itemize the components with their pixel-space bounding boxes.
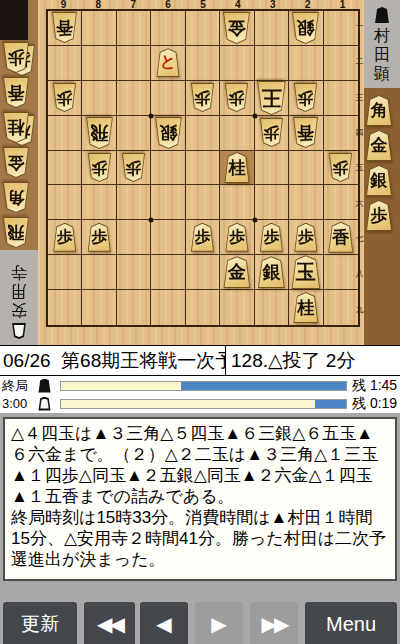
sente-remaining-time: 残 1:45 bbox=[352, 377, 398, 395]
square-6b: と bbox=[151, 46, 185, 81]
square-6d: 銀 bbox=[151, 116, 185, 151]
gote-piece: 金 bbox=[222, 12, 251, 44]
square-8d: 飛 bbox=[82, 116, 116, 151]
square-7h bbox=[117, 255, 151, 290]
square-8b bbox=[82, 46, 116, 81]
sente-time-bar bbox=[60, 381, 347, 391]
square-5e bbox=[186, 151, 220, 186]
hoshi-dot bbox=[149, 218, 154, 223]
sente-piece: 角 bbox=[365, 95, 393, 126]
clock-area: 終局 残 1:45 3:00 残 0:19 bbox=[0, 376, 400, 413]
square-7e: 歩 bbox=[117, 151, 151, 186]
square-7i bbox=[117, 290, 151, 325]
square-2b bbox=[289, 46, 323, 81]
game-header: 06/26 第68期王将戦一次予選 128.△投了 2分 bbox=[0, 345, 400, 376]
square-5i bbox=[186, 290, 220, 325]
square-9a: 香 bbox=[48, 11, 82, 46]
square-9d bbox=[48, 116, 82, 151]
captured-sente-stack: 銀 bbox=[365, 165, 399, 199]
gote-piece: 桂 bbox=[2, 112, 30, 143]
player-name-char: 寺 bbox=[11, 263, 27, 282]
first-move-button[interactable]: ◀◀ bbox=[84, 602, 135, 644]
game-title: 06/26 第68期王将戦一次予選 bbox=[0, 348, 225, 374]
square-6g bbox=[151, 220, 185, 255]
player-name-char: 村 bbox=[374, 26, 390, 45]
hoshi-dot bbox=[252, 218, 257, 223]
player-name-char: 安 bbox=[11, 301, 27, 320]
square-7b bbox=[117, 46, 151, 81]
refresh-button[interactable]: 更新 bbox=[3, 602, 77, 644]
square-2a: 銀 bbox=[289, 11, 323, 46]
square-3i bbox=[255, 290, 289, 325]
captured-gote-stack: 金 bbox=[2, 147, 36, 181]
square-4e: 桂 bbox=[220, 151, 254, 186]
square-3b bbox=[255, 46, 289, 81]
player-name-char: 用 bbox=[11, 282, 27, 301]
sente-nameplate: 村田顕 bbox=[364, 0, 400, 88]
square-3a bbox=[255, 11, 289, 46]
square-1g: 香 bbox=[324, 220, 358, 255]
square-9g: 歩 bbox=[48, 220, 82, 255]
gote-piece: 角 bbox=[2, 182, 30, 213]
square-4c: 歩 bbox=[220, 81, 254, 116]
corner-box bbox=[0, 0, 28, 40]
sente-piece: 玉 bbox=[290, 255, 321, 289]
square-4b bbox=[220, 46, 254, 81]
square-4h: 金 bbox=[220, 255, 254, 290]
square-5g: 歩 bbox=[186, 220, 220, 255]
square-9i bbox=[48, 290, 82, 325]
square-5a bbox=[186, 11, 220, 46]
gote-piece: 金 bbox=[2, 147, 30, 178]
captured-gote-stack: 歩歩 bbox=[2, 42, 36, 76]
square-1e: 歩 bbox=[324, 151, 358, 186]
sente-piece: 歩 bbox=[293, 223, 318, 252]
square-6h bbox=[151, 255, 185, 290]
gote-captured-tray: 歩歩香桂桂金角飛 bbox=[0, 42, 38, 250]
gote-piece-icon bbox=[38, 397, 51, 411]
sente-piece: 金 bbox=[365, 130, 393, 161]
square-4a: 金 bbox=[220, 11, 254, 46]
sente-piece: 桂 bbox=[223, 152, 250, 183]
gote-panel: 歩歩香桂桂金角飛 安用寺 bbox=[0, 0, 38, 345]
gote-piece: 香 bbox=[292, 117, 319, 148]
gote-remaining-time: 残 0:19 bbox=[352, 395, 398, 413]
sente-piece: 香 bbox=[327, 222, 354, 253]
square-2f bbox=[289, 185, 323, 220]
square-1i bbox=[324, 290, 358, 325]
commentary-mate-lines: △４四玉は▲３三角△５四玉▲６三銀△６五玉▲６六金まで。（２）△２二玉は▲３三角… bbox=[11, 423, 389, 507]
square-4f bbox=[220, 185, 254, 220]
gote-piece: 歩 bbox=[2, 42, 30, 73]
square-7g bbox=[117, 220, 151, 255]
square-4g: 歩 bbox=[220, 220, 254, 255]
square-9b bbox=[48, 46, 82, 81]
gote-piece: 歩 bbox=[87, 153, 112, 182]
captured-gote-stack: 香 bbox=[2, 77, 36, 111]
gote-piece: 歩 bbox=[293, 83, 318, 112]
sente-piece: 歩 bbox=[259, 223, 284, 252]
gote-piece: 歩 bbox=[328, 153, 353, 182]
captured-gote-stack: 角 bbox=[2, 182, 36, 216]
navigation-bar: 更新 ◀◀ ◀ ▶ ▶▶ Menu bbox=[0, 602, 400, 644]
square-6e bbox=[151, 151, 185, 186]
captured-sente-stack: 角 bbox=[365, 95, 399, 129]
sente-piece: 金 bbox=[222, 256, 251, 288]
shogi-kifu-viewer: 歩歩香桂桂金角飛 安用寺 987654321 香金銀と歩歩歩王歩飛銀歩香歩歩桂歩… bbox=[0, 0, 400, 644]
shogi-board: 香金銀と歩歩歩王歩飛銀歩香歩歩桂歩歩歩歩歩歩歩香金銀玉桂 bbox=[46, 9, 360, 327]
sente-piece: 歩 bbox=[224, 223, 249, 252]
sente-clock-row: 終局 残 1:45 bbox=[0, 377, 400, 395]
square-7d bbox=[117, 116, 151, 151]
gote-piece: 歩 bbox=[259, 118, 284, 147]
sente-mark-icon bbox=[375, 7, 390, 23]
square-2h: 玉 bbox=[289, 255, 323, 290]
square-8f bbox=[82, 185, 116, 220]
sente-piece: 歩 bbox=[365, 200, 393, 231]
sente-piece: 桂 bbox=[292, 292, 319, 323]
next-move-button[interactable]: ▶ bbox=[195, 602, 243, 644]
player-name-char: 顕 bbox=[374, 64, 390, 83]
gote-piece: 歩 bbox=[52, 83, 77, 112]
square-5c: 歩 bbox=[186, 81, 220, 116]
board-section: 歩歩香桂桂金角飛 安用寺 987654321 香金銀と歩歩歩王歩飛銀歩香歩歩桂歩… bbox=[0, 0, 400, 345]
square-8h bbox=[82, 255, 116, 290]
commentary-result: 終局時刻は15時33分。消費時間は▲村田１時間15分、△安用寺２時間41分。勝っ… bbox=[11, 507, 389, 570]
gote-piece: 飛 bbox=[85, 117, 114, 149]
square-7a bbox=[117, 11, 151, 46]
square-5b bbox=[186, 46, 220, 81]
gote-time-bar bbox=[60, 399, 347, 409]
square-9c: 歩 bbox=[48, 81, 82, 116]
square-8c bbox=[82, 81, 116, 116]
gote-piece: 銀 bbox=[154, 117, 183, 149]
square-2e bbox=[289, 151, 323, 186]
square-8e: 歩 bbox=[82, 151, 116, 186]
square-1b bbox=[324, 46, 358, 81]
gote-nameplate: 安用寺 bbox=[0, 250, 38, 345]
square-3e bbox=[255, 151, 289, 186]
sente-piece: 歩 bbox=[87, 223, 112, 252]
square-3d: 歩 bbox=[255, 116, 289, 151]
sente-piece-icon bbox=[38, 379, 51, 393]
captured-sente-stack: 金 bbox=[365, 130, 399, 164]
square-1a bbox=[324, 11, 358, 46]
board-area: 987654321 香金銀と歩歩歩王歩飛銀歩香歩歩桂歩歩歩歩歩歩歩香金銀玉桂 一… bbox=[38, 0, 364, 345]
sente-clock-label: 終局 bbox=[2, 377, 36, 395]
square-1c bbox=[324, 81, 358, 116]
gote-piece: 王 bbox=[256, 81, 287, 115]
square-9e bbox=[48, 151, 82, 186]
square-8g: 歩 bbox=[82, 220, 116, 255]
gote-clock-row: 3:00 残 0:19 bbox=[0, 395, 400, 413]
square-6f bbox=[151, 185, 185, 220]
square-6c bbox=[151, 81, 185, 116]
last-move-button[interactable]: ▶▶ bbox=[250, 602, 298, 644]
square-1f bbox=[324, 185, 358, 220]
square-1d bbox=[324, 116, 358, 151]
sente-piece: と bbox=[156, 48, 181, 77]
square-2i: 桂 bbox=[289, 290, 323, 325]
gote-piece: 歩 bbox=[121, 153, 146, 182]
square-3c: 王 bbox=[255, 81, 289, 116]
square-9h bbox=[48, 255, 82, 290]
square-6i bbox=[151, 290, 185, 325]
sente-captured-tray: 角金銀歩 bbox=[364, 88, 400, 345]
event-name: 第68期王将戦一次予選 bbox=[61, 350, 225, 371]
file-labels: 987654321 bbox=[46, 0, 360, 9]
commentary-panel[interactable]: △４四玉は▲３三角△５四玉▲６三銀△６五玉▲６六金まで。（２）△２二玉は▲３三角… bbox=[3, 417, 397, 581]
square-3h: 銀 bbox=[255, 255, 289, 290]
square-1h bbox=[324, 255, 358, 290]
square-6a bbox=[151, 11, 185, 46]
square-2d: 香 bbox=[289, 116, 323, 151]
gote-piece: 歩 bbox=[190, 83, 215, 112]
square-5f bbox=[186, 185, 220, 220]
sente-piece: 歩 bbox=[190, 223, 215, 252]
gote-piece: 銀 bbox=[291, 12, 320, 44]
square-4d bbox=[220, 116, 254, 151]
square-2g: 歩 bbox=[289, 220, 323, 255]
gote-piece: 香 bbox=[2, 77, 30, 108]
game-date: 06/26 bbox=[3, 350, 51, 371]
sente-piece: 歩 bbox=[52, 223, 77, 252]
move-info: 128.△投了 2分 bbox=[226, 348, 355, 374]
sente-panel: 村田顕 角金銀歩 bbox=[364, 0, 400, 345]
hoshi-dot bbox=[252, 113, 257, 118]
menu-button[interactable]: Menu bbox=[305, 602, 397, 644]
square-5d bbox=[186, 116, 220, 151]
square-4i bbox=[220, 290, 254, 325]
captured-gote-stack: 桂桂 bbox=[2, 112, 36, 146]
square-7c bbox=[117, 81, 151, 116]
gote-clock-label: 3:00 bbox=[2, 396, 36, 411]
gote-mark-icon bbox=[12, 323, 27, 339]
square-3g: 歩 bbox=[255, 220, 289, 255]
captured-sente-stack: 歩 bbox=[365, 200, 399, 234]
square-2c: 歩 bbox=[289, 81, 323, 116]
gote-piece: 歩 bbox=[224, 83, 249, 112]
square-5h bbox=[186, 255, 220, 290]
square-8a bbox=[82, 11, 116, 46]
rank-labels: 一二三四五六七八九 bbox=[355, 9, 364, 327]
square-8i bbox=[82, 290, 116, 325]
captured-gote-stack: 飛 bbox=[2, 217, 36, 251]
square-7f bbox=[117, 185, 151, 220]
sente-piece: 銀 bbox=[365, 165, 393, 196]
hoshi-dot bbox=[149, 113, 154, 118]
gote-piece: 香 bbox=[51, 12, 78, 43]
player-name-char: 田 bbox=[374, 45, 390, 64]
prev-move-button[interactable]: ◀ bbox=[140, 602, 188, 644]
square-3f bbox=[255, 185, 289, 220]
square-9f bbox=[48, 185, 82, 220]
sente-piece: 銀 bbox=[257, 256, 286, 288]
gote-piece: 飛 bbox=[2, 217, 30, 248]
